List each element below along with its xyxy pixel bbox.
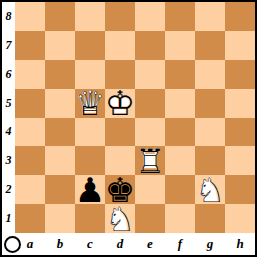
square-b2[interactable]: [45, 175, 75, 204]
square-d3[interactable]: [105, 146, 135, 175]
white-knight-fill-glyph: ♞: [195, 175, 225, 204]
file-label-e: e: [135, 233, 165, 255]
square-e3[interactable]: ♜♖: [135, 146, 165, 175]
chess-diagram: 87654321 ♛♕♚♔♜♖♟♚♞♘♞♘ abcdefgh: [0, 0, 257, 257]
square-g1[interactable]: [195, 204, 225, 233]
square-c7[interactable]: [75, 31, 105, 60]
rank-labels: 87654321: [2, 2, 15, 233]
square-g7[interactable]: [195, 31, 225, 60]
square-d1[interactable]: ♞♘: [105, 204, 135, 233]
piece-white-knight[interactable]: ♞♘: [195, 175, 225, 204]
file-label-h: h: [225, 233, 255, 255]
square-h2[interactable]: [225, 175, 255, 204]
square-a6[interactable]: [15, 60, 45, 89]
piece-white-rook[interactable]: ♜♖: [135, 146, 165, 175]
square-c8[interactable]: [75, 2, 105, 31]
square-f6[interactable]: [165, 60, 195, 89]
square-f4[interactable]: [165, 118, 195, 147]
piece-black-king[interactable]: ♚: [105, 175, 135, 204]
white-rook-outline-glyph: ♖: [135, 146, 165, 175]
square-d4[interactable]: [105, 118, 135, 147]
rank-label-5: 5: [2, 89, 15, 118]
square-d8[interactable]: [105, 2, 135, 31]
square-g3[interactable]: [195, 146, 225, 175]
chess-board: ♛♕♚♔♜♖♟♚♞♘♞♘: [15, 2, 255, 233]
white-king-fill-glyph: ♚: [105, 89, 135, 118]
square-d6[interactable]: [105, 60, 135, 89]
square-f1[interactable]: [165, 204, 195, 233]
white-queen-fill-glyph: ♛: [75, 89, 105, 118]
rank-label-3: 3: [2, 146, 15, 175]
square-d2[interactable]: ♚: [105, 175, 135, 204]
piece-white-king[interactable]: ♚♔: [105, 89, 135, 118]
square-c3[interactable]: [75, 146, 105, 175]
square-g5[interactable]: [195, 89, 225, 118]
square-a7[interactable]: [15, 31, 45, 60]
square-a8[interactable]: [15, 2, 45, 31]
square-f8[interactable]: [165, 2, 195, 31]
white-knight-fill-glyph: ♞: [105, 204, 135, 233]
square-a2[interactable]: [15, 175, 45, 204]
square-b4[interactable]: [45, 118, 75, 147]
square-h8[interactable]: [225, 2, 255, 31]
file-label-c: c: [75, 233, 105, 255]
square-b6[interactable]: [45, 60, 75, 89]
square-g8[interactable]: [195, 2, 225, 31]
square-b5[interactable]: [45, 89, 75, 118]
square-c2[interactable]: ♟: [75, 175, 105, 204]
file-label-f: f: [165, 233, 195, 255]
rank-label-6: 6: [2, 60, 15, 89]
square-a1[interactable]: [15, 204, 45, 233]
white-rook-fill-glyph: ♜: [135, 146, 165, 175]
square-d5[interactable]: ♚♔: [105, 89, 135, 118]
square-e5[interactable]: [135, 89, 165, 118]
black-pawn-fill-glyph: ♟: [75, 175, 105, 204]
square-e8[interactable]: [135, 2, 165, 31]
square-d7[interactable]: [105, 31, 135, 60]
square-a4[interactable]: [15, 118, 45, 147]
square-h3[interactable]: [225, 146, 255, 175]
square-h7[interactable]: [225, 31, 255, 60]
square-a3[interactable]: [15, 146, 45, 175]
square-f3[interactable]: [165, 146, 195, 175]
square-e6[interactable]: [135, 60, 165, 89]
rank-label-2: 2: [2, 175, 15, 204]
square-e2[interactable]: [135, 175, 165, 204]
rank-label-8: 8: [2, 2, 15, 31]
file-label-d: d: [105, 233, 135, 255]
white-queen-outline-glyph: ♕: [75, 89, 105, 118]
rank-label-7: 7: [2, 31, 15, 60]
square-c1[interactable]: [75, 204, 105, 233]
square-c5[interactable]: ♛♕: [75, 89, 105, 118]
white-knight-outline-glyph: ♘: [195, 175, 225, 204]
rank-label-1: 1: [2, 204, 15, 233]
square-h1[interactable]: [225, 204, 255, 233]
square-e1[interactable]: [135, 204, 165, 233]
file-labels: abcdefgh: [15, 233, 255, 255]
black-king-fill-glyph: ♚: [105, 175, 135, 204]
square-a5[interactable]: [15, 89, 45, 118]
white-to-move-indicator: [4, 236, 21, 253]
square-g4[interactable]: [195, 118, 225, 147]
square-g2[interactable]: ♞♘: [195, 175, 225, 204]
white-knight-outline-glyph: ♘: [105, 204, 135, 233]
square-c4[interactable]: [75, 118, 105, 147]
piece-black-pawn[interactable]: ♟: [75, 175, 105, 204]
file-label-b: b: [45, 233, 75, 255]
square-e4[interactable]: [135, 118, 165, 147]
rank-label-4: 4: [2, 118, 15, 147]
square-b8[interactable]: [45, 2, 75, 31]
white-king-outline-glyph: ♔: [105, 89, 135, 118]
square-f2[interactable]: [165, 175, 195, 204]
square-b1[interactable]: [45, 204, 75, 233]
square-h4[interactable]: [225, 118, 255, 147]
square-h5[interactable]: [225, 89, 255, 118]
piece-white-queen[interactable]: ♛♕: [75, 89, 105, 118]
square-e7[interactable]: [135, 31, 165, 60]
file-label-g: g: [195, 233, 225, 255]
square-f7[interactable]: [165, 31, 195, 60]
square-b7[interactable]: [45, 31, 75, 60]
square-b3[interactable]: [45, 146, 75, 175]
square-c6[interactable]: [75, 60, 105, 89]
square-g6[interactable]: [195, 60, 225, 89]
piece-white-knight[interactable]: ♞♘: [105, 204, 135, 233]
square-h6[interactable]: [225, 60, 255, 89]
square-f5[interactable]: [165, 89, 195, 118]
